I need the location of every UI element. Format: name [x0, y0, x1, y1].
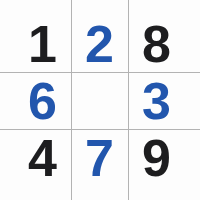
sudoku-cell-r0-c0[interactable]: 1 — [14, 15, 71, 72]
sudoku-cell-r2-c0[interactable]: 4 — [14, 129, 71, 186]
sudoku-cell-r1-c1[interactable] — [71, 72, 128, 129]
sudoku-cell-r1-c0[interactable]: 6 — [14, 72, 71, 129]
sudoku-cell-r1-c2[interactable]: 3 — [128, 72, 185, 129]
sudoku-cell-r0-c1[interactable]: 2 — [71, 15, 128, 72]
sudoku-cell-r2-c1[interactable]: 7 — [71, 129, 128, 186]
sudoku-board: 12863479 — [0, 0, 200, 200]
sudoku-cell-r0-c2[interactable]: 8 — [128, 15, 185, 72]
sudoku-cell-r2-c2[interactable]: 9 — [128, 129, 185, 186]
